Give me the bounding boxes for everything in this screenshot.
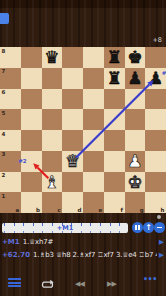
- square-g6[interactable]: [125, 89, 146, 110]
- square-c2[interactable]: ♝: [42, 172, 63, 193]
- square-h8[interactable]: [145, 47, 166, 68]
- square-d8[interactable]: [62, 47, 83, 68]
- square-g4[interactable]: [125, 130, 146, 151]
- material-eval-label: +8: [152, 36, 162, 44]
- chess-app-screen: +8 8♛♜♚7♜♟♟6543♛♟2♝♚1abcdefgh #1#2 +M1 ↑…: [0, 0, 166, 296]
- loop-icon: [39, 279, 56, 292]
- eval-gauge[interactable]: +M1: [2, 223, 128, 233]
- square-h3[interactable]: [145, 151, 166, 172]
- engine-status-dot: [157, 215, 161, 219]
- square-d2[interactable]: [62, 172, 83, 193]
- rank-label-4: 4: [2, 131, 6, 137]
- square-b2[interactable]: [21, 172, 42, 193]
- square-c1[interactable]: c: [42, 192, 63, 213]
- hide-analysis-button[interactable]: [154, 222, 165, 233]
- square-b1[interactable]: b: [21, 192, 42, 213]
- pv1-eval: +M1: [2, 238, 20, 246]
- pause-icon: [135, 225, 137, 230]
- square-g2[interactable]: ♚: [125, 172, 146, 193]
- square-a1[interactable]: 1a: [0, 192, 21, 213]
- white-bishop[interactable]: ♝: [42, 172, 63, 193]
- white-king[interactable]: ♚: [125, 172, 146, 193]
- file-label-d: d: [78, 207, 82, 213]
- square-h4[interactable]: [145, 130, 166, 151]
- square-d6[interactable]: [62, 89, 83, 110]
- square-b6[interactable]: [21, 89, 42, 110]
- file-label-b: b: [36, 207, 40, 213]
- square-e5[interactable]: [83, 109, 104, 130]
- square-e4[interactable]: [83, 130, 104, 151]
- square-c6[interactable]: [42, 89, 63, 110]
- status-chip: [0, 13, 9, 24]
- square-f8[interactable]: ♜: [104, 47, 125, 68]
- square-g7[interactable]: ♟: [125, 68, 146, 89]
- square-h2[interactable]: [145, 172, 166, 193]
- black-rook[interactable]: ♜: [104, 68, 125, 89]
- square-f3[interactable]: [104, 151, 125, 172]
- square-h7[interactable]: ♟: [145, 68, 166, 89]
- square-h5[interactable]: [145, 109, 166, 130]
- square-d5[interactable]: [62, 109, 83, 130]
- square-b7[interactable]: [21, 68, 42, 89]
- black-queen[interactable]: ♛: [42, 47, 63, 68]
- square-f4[interactable]: [104, 130, 125, 151]
- square-e3[interactable]: [83, 151, 104, 172]
- rank-label-1: 1: [2, 193, 6, 199]
- pv-line-1[interactable]: +M1 1.♕xh7# ▶: [0, 236, 166, 248]
- square-c7[interactable]: [42, 68, 63, 89]
- eval-gauge-label: +M1: [2, 223, 128, 233]
- hamburger-icon: [8, 278, 21, 280]
- pause-engine-button[interactable]: [132, 222, 143, 233]
- file-label-e: e: [99, 207, 103, 213]
- menu-button[interactable]: [8, 278, 21, 289]
- file-label-c: c: [57, 207, 60, 213]
- pv-line-2[interactable]: +62.70 1.♗b3 ♕h8 2.♗xf7 ♖xf7 3.♕e4 ♖b7 4…: [0, 249, 166, 261]
- file-label-a: a: [16, 207, 20, 213]
- square-c8[interactable]: ♛: [42, 47, 63, 68]
- board-area: 8♛♜♚7♜♟♟6543♛♟2♝♚1abcdefgh #1#2: [0, 47, 166, 213]
- black-rook[interactable]: ♜: [104, 47, 125, 68]
- black-king[interactable]: ♚: [125, 47, 146, 68]
- square-f5[interactable]: [104, 109, 125, 130]
- rank-label-2: 2: [2, 172, 6, 178]
- file-label-g: g: [140, 207, 144, 213]
- square-c3[interactable]: [42, 151, 63, 172]
- square-h6[interactable]: [145, 89, 166, 110]
- square-e6[interactable]: [83, 89, 104, 110]
- pv1-play-icon[interactable]: ▶: [159, 238, 164, 246]
- forward-button[interactable]: ▶▶: [107, 278, 116, 290]
- bottom-toolbar: ◀◀ ▶▶ •••: [0, 272, 166, 296]
- square-b5[interactable]: [21, 109, 42, 130]
- square-e2[interactable]: [83, 172, 104, 193]
- pv2-eval: +62.70: [2, 251, 30, 259]
- square-g8[interactable]: ♚: [125, 47, 146, 68]
- square-e7[interactable]: [83, 68, 104, 89]
- square-g3[interactable]: ♟: [125, 151, 146, 172]
- pv2-moves: 1.♗b3 ♕h8 2.♗xf7 ♖xf7 3.♕e4 ♖b7 4.: [33, 251, 157, 259]
- ellipsis-icon: •••: [143, 275, 157, 284]
- square-a5[interactable]: 5: [0, 109, 21, 130]
- square-e8[interactable]: [83, 47, 104, 68]
- overflow-menu-button[interactable]: •••: [143, 275, 157, 284]
- rewind-icon: ◀◀: [75, 280, 84, 288]
- square-e1[interactable]: e: [83, 192, 104, 213]
- move-up-button[interactable]: ↑: [143, 222, 154, 233]
- square-a3[interactable]: 3: [0, 151, 21, 172]
- square-f2[interactable]: [104, 172, 125, 193]
- rank-label-7: 7: [2, 68, 6, 74]
- rewind-button[interactable]: ◀◀: [75, 278, 84, 290]
- square-c4[interactable]: [42, 130, 63, 151]
- white-pawn[interactable]: ♟: [125, 151, 146, 172]
- square-b3[interactable]: [21, 151, 42, 172]
- minus-icon: [157, 227, 163, 229]
- square-d3[interactable]: ♛: [62, 151, 83, 172]
- square-c5[interactable]: [42, 109, 63, 130]
- chess-board[interactable]: 8♛♜♚7♜♟♟6543♛♟2♝♚1abcdefgh: [0, 47, 166, 213]
- pv2-play-icon[interactable]: ▶: [159, 251, 164, 259]
- square-a4[interactable]: 4: [0, 130, 21, 151]
- square-f6[interactable]: [104, 89, 125, 110]
- square-b8[interactable]: [21, 47, 42, 68]
- square-b4[interactable]: [21, 130, 42, 151]
- square-a6[interactable]: 6: [0, 89, 21, 110]
- square-h1[interactable]: h: [145, 192, 166, 213]
- rank-label-3: 3: [2, 151, 6, 157]
- rank-label-8: 8: [2, 48, 6, 54]
- square-g5[interactable]: [125, 109, 146, 130]
- square-g1[interactable]: g: [125, 192, 146, 213]
- square-d1[interactable]: d: [62, 192, 83, 213]
- square-a7[interactable]: 7: [0, 68, 21, 89]
- square-f7[interactable]: ♜: [104, 68, 125, 89]
- black-pawn[interactable]: ♟: [125, 68, 146, 89]
- square-f1[interactable]: f: [104, 192, 125, 213]
- rank-label-6: 6: [2, 89, 6, 95]
- black-pawn[interactable]: ♟: [145, 68, 166, 89]
- toggle-mode-button[interactable]: [39, 277, 56, 296]
- white-queen[interactable]: ♛: [62, 151, 83, 172]
- square-a2[interactable]: 2: [0, 172, 21, 193]
- arrow-up-icon: ↑: [145, 222, 152, 233]
- square-d4[interactable]: [62, 130, 83, 151]
- rank-label-5: 5: [2, 110, 6, 116]
- file-label-f: f: [121, 207, 123, 213]
- pv1-moves: 1.♕xh7#: [23, 238, 157, 246]
- square-a8[interactable]: 8: [0, 47, 21, 68]
- fast-forward-icon: ▶▶: [107, 280, 116, 288]
- square-d7[interactable]: [62, 68, 83, 89]
- file-label-h: h: [161, 207, 165, 213]
